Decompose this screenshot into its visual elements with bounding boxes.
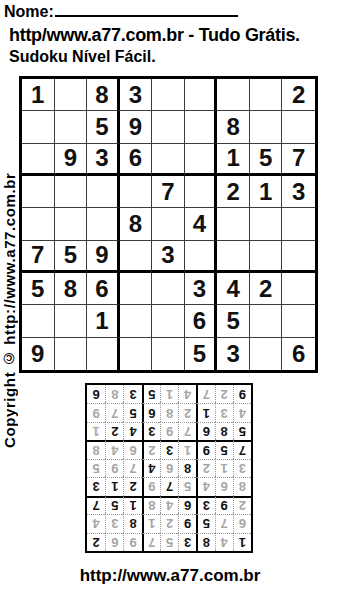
cell-r4c8[interactable]: 1 [250,176,283,208]
cell-r7c3[interactable]: 6 [87,273,120,305]
solution-cell-r6c7: 6 [123,440,141,458]
solution-cell-r2c7: 8 [123,514,141,532]
solution-cell-r7c9: 1 [87,422,105,440]
solution-cell-r6c1: 7 [233,440,251,458]
cell-r5c1[interactable] [22,208,55,240]
cell-r3c1[interactable] [22,144,55,176]
cell-r5c7[interactable] [217,208,250,240]
solution-cell-r3c7: 1 [123,496,141,514]
solution-cell-r3c3: 3 [196,496,214,514]
cell-r5c9[interactable] [282,208,315,240]
cell-r8c1[interactable] [22,305,55,337]
solution-cell-r8c3: 1 [196,403,214,421]
cell-r7c4[interactable] [120,273,153,305]
solution-cell-r3c2: 9 [215,496,233,514]
solution-cell-r4c6: 9 [142,477,160,495]
cell-r8c8[interactable] [250,305,283,337]
solution-cell-r1c4: 3 [178,533,196,551]
solution-cell-r7c7: 4 [123,422,141,440]
cell-r1c7[interactable] [217,79,250,111]
solution-cell-r6c2: 5 [215,440,233,458]
cell-r7c5[interactable] [152,273,185,305]
cell-r7c7[interactable]: 4 [217,273,250,305]
solution-cell-r6c9: 8 [87,440,105,458]
cell-r8c4[interactable] [120,305,153,337]
solution-cell-r1c5: 5 [160,533,178,551]
cell-r7c6[interactable]: 3 [185,273,218,305]
name-fill-line[interactable] [55,2,238,17]
solution-cell-r5c4: 8 [178,459,196,477]
cell-r9c4[interactable] [120,338,153,370]
name-row: Nome: [4,2,238,21]
cell-r2c5[interactable] [152,111,185,143]
cell-r4c9[interactable]: 3 [282,176,315,208]
cell-r3c2[interactable]: 9 [55,144,88,176]
solution-cell-r7c1: 5 [233,422,251,440]
cell-r6c9[interactable] [282,241,315,273]
cell-r5c6[interactable]: 4 [185,208,218,240]
solution-cell-r9c3: 7 [196,385,214,403]
solution-cell-r9c6: 5 [142,385,160,403]
cell-r2c9[interactable] [282,111,315,143]
solution-cell-r3c4: 6 [178,496,196,514]
sudoku-worksheet-page: Nome: http/www.a77.com.br - Tudo Grátis.… [0,0,340,596]
solution-cell-r2c3: 5 [196,514,214,532]
cell-r3c3[interactable]: 3 [87,144,120,176]
cell-r6c5[interactable]: 3 [152,241,185,273]
cell-r7c1[interactable]: 5 [22,273,55,305]
cell-r4c1[interactable] [22,176,55,208]
cell-r4c4[interactable] [120,176,153,208]
solution-cell-r9c8: 8 [105,385,123,403]
puzzle-level-title: Sudoku Nível Fácil. [9,48,156,66]
solution-cell-r8c4: 2 [178,403,196,421]
solution-cell-r5c5: 6 [160,459,178,477]
cell-r2c3[interactable]: 5 [87,111,120,143]
solution-cell-r1c6: 7 [142,533,160,551]
cell-r8c7[interactable]: 5 [217,305,250,337]
cell-r1c5[interactable] [152,79,185,111]
solution-cell-r9c9: 6 [87,385,105,403]
solution-cell-r7c5: 9 [160,422,178,440]
solution-cell-r5c9: 5 [87,459,105,477]
cell-r4c5[interactable]: 7 [152,176,185,208]
cell-r6c4[interactable] [120,241,153,273]
cell-r4c2[interactable] [55,176,88,208]
solution-cell-r1c9: 2 [87,533,105,551]
solution-cell-r4c3: 4 [196,477,214,495]
solution-cell-r7c8: 2 [105,422,123,440]
cell-r8c5[interactable] [152,305,185,337]
solution-cell-r1c1: 1 [233,533,251,551]
sudoku-grid[interactable]: 183259893615772138475935863421659536 [19,76,318,373]
copyright-vertical-text: Copyright © http://www.a77.com.br [0,84,18,448]
cell-r6c8[interactable] [250,241,283,273]
solution-cell-r5c6: 4 [142,459,160,477]
solution-cell-r4c4: 5 [178,477,196,495]
solution-cell-r6c3: 9 [196,440,214,458]
solution-cell-r4c9: 3 [87,477,105,495]
cell-r3c5[interactable] [152,144,185,176]
cell-r5c4[interactable]: 8 [120,208,153,240]
cell-r2c6[interactable] [185,111,218,143]
cell-r9c5[interactable] [152,338,185,370]
cell-r2c2[interactable] [55,111,88,143]
solution-cell-r5c2: 1 [215,459,233,477]
solution-cell-r1c7: 9 [123,533,141,551]
solution-cell-r8c9: 9 [87,403,105,421]
solution-cell-r9c4: 4 [178,385,196,403]
solution-cell-r8c5: 8 [160,403,178,421]
cell-r3c7[interactable]: 1 [217,144,250,176]
solution-cell-r6c4: 1 [178,440,196,458]
cell-r8c9[interactable] [282,305,315,337]
solution-cell-r6c6: 2 [142,440,160,458]
cell-r9c6[interactable]: 5 [185,338,218,370]
solution-cell-r2c6: 1 [142,514,160,532]
cell-r1c1[interactable]: 1 [22,79,55,111]
site-title: http/www.a77.com.br - Tudo Grátis. [9,25,300,46]
cell-r5c2[interactable] [55,208,88,240]
cell-r6c1[interactable]: 7 [22,241,55,273]
cell-r7c2[interactable]: 8 [55,273,88,305]
cell-r9c7[interactable]: 3 [217,338,250,370]
cell-r6c6[interactable] [185,241,218,273]
solution-cell-r3c1: 2 [233,496,251,514]
solution-cell-r7c2: 8 [215,422,233,440]
solution-cell-r3c9: 7 [87,496,105,514]
solution-cell-r4c5: 7 [160,477,178,495]
solution-cell-r7c6: 3 [142,422,160,440]
cell-r4c3[interactable] [87,176,120,208]
solution-cell-r2c2: 7 [215,514,233,532]
cell-r1c2[interactable] [55,79,88,111]
solution-cell-r3c5: 4 [160,496,178,514]
cell-r5c3[interactable] [87,208,120,240]
solution-cell-r9c5: 1 [160,385,178,403]
cell-r9c9[interactable]: 6 [282,338,315,370]
cell-r2c4[interactable]: 9 [120,111,153,143]
solution-cell-r2c1: 6 [233,514,251,532]
name-label: Nome: [4,3,54,20]
cell-r7c8[interactable]: 2 [250,273,283,305]
solution-cell-r6c5: 3 [160,440,178,458]
footer-url: http://www.a77.com.br [0,566,340,586]
solution-cell-r2c4: 9 [178,514,196,532]
solution-cell-r3c8: 5 [105,496,123,514]
solution-cell-r1c3: 8 [196,533,214,551]
cell-r9c8[interactable] [250,338,283,370]
solution-grid-upside-down: 1483579626759218342936481578645792133128… [85,383,253,553]
solution-cell-r4c7: 2 [123,477,141,495]
cell-r1c3[interactable]: 8 [87,79,120,111]
solution-cell-r2c5: 2 [160,514,178,532]
cell-r7c9[interactable] [282,273,315,305]
cell-r8c6[interactable]: 6 [185,305,218,337]
solution-cell-r7c3: 6 [196,422,214,440]
cell-r8c3[interactable]: 1 [87,305,120,337]
solution-cell-r4c2: 6 [215,477,233,495]
cell-r1c6[interactable] [185,79,218,111]
solution-cell-r5c8: 9 [105,459,123,477]
cell-r4c6[interactable] [185,176,218,208]
solution-cell-r3c6: 8 [142,496,160,514]
cell-r9c1[interactable]: 9 [22,338,55,370]
solution-cell-r5c1: 3 [233,459,251,477]
cell-r3c9[interactable]: 7 [282,144,315,176]
solution-cell-r2c8: 3 [105,514,123,532]
cell-r9c3[interactable] [87,338,120,370]
solution-cell-r2c9: 4 [87,514,105,532]
cell-r5c5[interactable] [152,208,185,240]
cell-r3c4[interactable]: 6 [120,144,153,176]
cell-r2c8[interactable] [250,111,283,143]
solution-cell-r7c4: 7 [178,422,196,440]
cell-r4c7[interactable]: 2 [217,176,250,208]
cell-r6c7[interactable] [217,241,250,273]
cell-r2c1[interactable] [22,111,55,143]
solution-cell-r8c1: 4 [233,403,251,421]
solution-cell-r8c8: 7 [105,403,123,421]
solution-cell-r5c7: 7 [123,459,141,477]
solution-cell-r8c2: 3 [215,403,233,421]
cell-r6c3[interactable]: 9 [87,241,120,273]
solution-cell-r9c2: 2 [215,385,233,403]
solution-cell-r1c2: 4 [215,533,233,551]
cell-r9c2[interactable] [55,338,88,370]
solution-cell-r6c8: 4 [105,440,123,458]
cell-r6c2[interactable]: 5 [55,241,88,273]
cell-r3c6[interactable] [185,144,218,176]
solution-cell-r9c1: 9 [233,385,251,403]
cell-r2c7[interactable]: 8 [217,111,250,143]
cell-r1c9[interactable]: 2 [282,79,315,111]
solution-cell-r8c7: 5 [123,403,141,421]
solution-cell-r5c3: 2 [196,459,214,477]
cell-r8c2[interactable] [55,305,88,337]
solution-cell-r9c7: 3 [123,385,141,403]
solution-cell-r1c8: 6 [105,533,123,551]
solution-cell-r4c1: 8 [233,477,251,495]
cell-r3c8[interactable]: 5 [250,144,283,176]
cell-r1c4[interactable]: 3 [120,79,153,111]
cell-r5c8[interactable] [250,208,283,240]
solution-cell-r8c6: 6 [142,403,160,421]
solution-cell-r4c8: 1 [105,477,123,495]
cell-r1c8[interactable] [250,79,283,111]
